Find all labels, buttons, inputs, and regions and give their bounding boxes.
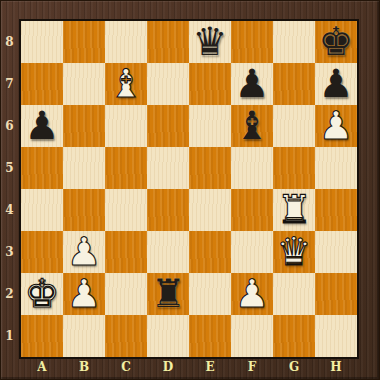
square-h4[interactable] bbox=[315, 189, 357, 231]
square-h7[interactable]: ♟ bbox=[315, 63, 357, 105]
file-labels: ABCDEFGH bbox=[21, 357, 357, 380]
file-label-d: D bbox=[147, 357, 189, 380]
chessboard-frame: ♛♚♝♟♟♟♝♟♜♟♛♚♟♜♟ 87654321 ABCDEFGH bbox=[0, 0, 380, 380]
square-g6[interactable] bbox=[273, 105, 315, 147]
file-label-f: F bbox=[231, 357, 273, 380]
rank-label-8: 8 bbox=[0, 21, 19, 63]
file-label-e: E bbox=[189, 357, 231, 380]
piece-black-king-h8[interactable]: ♚ bbox=[319, 21, 354, 63]
square-d6[interactable] bbox=[147, 105, 189, 147]
piece-black-queen-e8[interactable]: ♛ bbox=[193, 21, 228, 63]
square-c7[interactable]: ♝ bbox=[105, 63, 147, 105]
square-e3[interactable] bbox=[189, 231, 231, 273]
square-e5[interactable] bbox=[189, 147, 231, 189]
square-e4[interactable] bbox=[189, 189, 231, 231]
square-b6[interactable] bbox=[63, 105, 105, 147]
piece-black-pawn-f7[interactable]: ♟ bbox=[235, 63, 270, 105]
square-g8[interactable] bbox=[273, 21, 315, 63]
square-c8[interactable] bbox=[105, 21, 147, 63]
square-b3[interactable]: ♟ bbox=[63, 231, 105, 273]
file-label-b: B bbox=[63, 357, 105, 380]
square-f6[interactable]: ♝ bbox=[231, 105, 273, 147]
square-h1[interactable] bbox=[315, 315, 357, 357]
rank-label-5: 5 bbox=[0, 147, 19, 189]
square-c1[interactable] bbox=[105, 315, 147, 357]
square-a1[interactable] bbox=[21, 315, 63, 357]
piece-white-pawn-b2[interactable]: ♟ bbox=[67, 273, 102, 315]
square-f4[interactable] bbox=[231, 189, 273, 231]
square-d1[interactable] bbox=[147, 315, 189, 357]
square-h3[interactable] bbox=[315, 231, 357, 273]
piece-black-rook-d2[interactable]: ♜ bbox=[151, 273, 186, 315]
square-e1[interactable] bbox=[189, 315, 231, 357]
piece-white-rook-g4[interactable]: ♜ bbox=[277, 189, 312, 231]
piece-white-pawn-b3[interactable]: ♟ bbox=[67, 231, 102, 273]
piece-white-pawn-h6[interactable]: ♟ bbox=[319, 105, 354, 147]
board-squares: ♛♚♝♟♟♟♝♟♜♟♛♚♟♜♟ bbox=[19, 19, 359, 359]
square-c6[interactable] bbox=[105, 105, 147, 147]
square-e8[interactable]: ♛ bbox=[189, 21, 231, 63]
square-a8[interactable] bbox=[21, 21, 63, 63]
square-b1[interactable] bbox=[63, 315, 105, 357]
square-d7[interactable] bbox=[147, 63, 189, 105]
square-c3[interactable] bbox=[105, 231, 147, 273]
square-a7[interactable] bbox=[21, 63, 63, 105]
square-f8[interactable] bbox=[231, 21, 273, 63]
square-a2[interactable]: ♚ bbox=[21, 273, 63, 315]
square-c5[interactable] bbox=[105, 147, 147, 189]
rank-labels: 87654321 bbox=[0, 21, 19, 357]
square-f5[interactable] bbox=[231, 147, 273, 189]
square-d5[interactable] bbox=[147, 147, 189, 189]
square-d3[interactable] bbox=[147, 231, 189, 273]
square-h6[interactable]: ♟ bbox=[315, 105, 357, 147]
square-b8[interactable] bbox=[63, 21, 105, 63]
piece-black-pawn-h7[interactable]: ♟ bbox=[319, 63, 354, 105]
piece-white-pawn-f2[interactable]: ♟ bbox=[235, 273, 270, 315]
square-d8[interactable] bbox=[147, 21, 189, 63]
square-g7[interactable] bbox=[273, 63, 315, 105]
piece-white-bishop-c7[interactable]: ♝ bbox=[109, 63, 144, 105]
rank-label-1: 1 bbox=[0, 315, 19, 357]
file-label-g: G bbox=[273, 357, 315, 380]
piece-black-pawn-a6[interactable]: ♟ bbox=[25, 105, 60, 147]
square-a5[interactable] bbox=[21, 147, 63, 189]
square-a6[interactable]: ♟ bbox=[21, 105, 63, 147]
file-label-c: C bbox=[105, 357, 147, 380]
square-g5[interactable] bbox=[273, 147, 315, 189]
square-e7[interactable] bbox=[189, 63, 231, 105]
square-e6[interactable] bbox=[189, 105, 231, 147]
square-h5[interactable] bbox=[315, 147, 357, 189]
square-d4[interactable] bbox=[147, 189, 189, 231]
square-a4[interactable] bbox=[21, 189, 63, 231]
square-b7[interactable] bbox=[63, 63, 105, 105]
square-h8[interactable]: ♚ bbox=[315, 21, 357, 63]
square-a3[interactable] bbox=[21, 231, 63, 273]
rank-label-2: 2 bbox=[0, 273, 19, 315]
square-b5[interactable] bbox=[63, 147, 105, 189]
square-c4[interactable] bbox=[105, 189, 147, 231]
square-g2[interactable] bbox=[273, 273, 315, 315]
square-g4[interactable]: ♜ bbox=[273, 189, 315, 231]
square-c2[interactable] bbox=[105, 273, 147, 315]
square-f7[interactable]: ♟ bbox=[231, 63, 273, 105]
square-d2[interactable]: ♜ bbox=[147, 273, 189, 315]
square-f2[interactable]: ♟ bbox=[231, 273, 273, 315]
rank-label-4: 4 bbox=[0, 189, 19, 231]
square-b4[interactable] bbox=[63, 189, 105, 231]
piece-black-bishop-f6[interactable]: ♝ bbox=[235, 105, 270, 147]
square-e2[interactable] bbox=[189, 273, 231, 315]
square-f1[interactable] bbox=[231, 315, 273, 357]
file-label-a: A bbox=[21, 357, 63, 380]
file-label-h: H bbox=[315, 357, 357, 380]
rank-label-7: 7 bbox=[0, 63, 19, 105]
square-g3[interactable]: ♛ bbox=[273, 231, 315, 273]
rank-label-3: 3 bbox=[0, 231, 19, 273]
square-g1[interactable] bbox=[273, 315, 315, 357]
square-b2[interactable]: ♟ bbox=[63, 273, 105, 315]
square-h2[interactable] bbox=[315, 273, 357, 315]
piece-white-queen-g3[interactable]: ♛ bbox=[277, 231, 312, 273]
square-f3[interactable] bbox=[231, 231, 273, 273]
piece-white-king-a2[interactable]: ♚ bbox=[25, 273, 60, 315]
rank-label-6: 6 bbox=[0, 105, 19, 147]
